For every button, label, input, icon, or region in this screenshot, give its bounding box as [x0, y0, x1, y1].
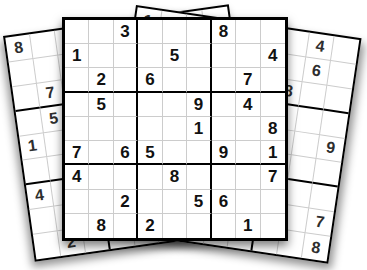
cell-r7c5[interactable]: 8	[163, 165, 187, 189]
cell-r4c1[interactable]	[65, 93, 89, 117]
cell-r3c1[interactable]	[65, 68, 89, 92]
cell-r1c8: 4	[306, 33, 334, 61]
cell-r2c7[interactable]	[212, 44, 236, 68]
cell-r4c4[interactable]	[138, 93, 162, 117]
cell-r3c6[interactable]	[187, 68, 211, 92]
cell-r5c9[interactable]: 8	[261, 117, 285, 141]
cell-r9c9: 8	[302, 233, 330, 261]
cell-r2c6[interactable]	[187, 44, 211, 68]
cell-r6c8	[288, 156, 316, 184]
cell-r9c7[interactable]	[212, 214, 236, 238]
cell-r3c4[interactable]: 6	[138, 68, 162, 92]
cell-r2c8: 6	[303, 57, 331, 85]
cell-r4c3[interactable]	[114, 93, 138, 117]
cell-r6c2[interactable]	[89, 141, 113, 165]
cell-r8c1	[30, 207, 58, 235]
cell-r7c1: 4	[26, 182, 54, 210]
cell-r4c5[interactable]	[163, 93, 187, 117]
cell-r2c9	[327, 61, 355, 89]
cell-r1c9	[331, 36, 359, 64]
cell-r3c9	[324, 86, 352, 114]
cell-r9c3[interactable]	[114, 214, 138, 238]
cell-r8c8[interactable]	[236, 190, 260, 214]
cell-r1c7[interactable]: 8	[212, 20, 236, 44]
cell-r9c9[interactable]	[261, 214, 285, 238]
cell-r6c6[interactable]	[187, 141, 211, 165]
cell-r2c2[interactable]	[89, 44, 113, 68]
cell-r5c9: 9	[316, 135, 344, 163]
cell-r9c5[interactable]	[163, 214, 187, 238]
cell-r2c1[interactable]: 1	[65, 44, 89, 68]
cell-r7c9	[309, 184, 337, 212]
cell-r5c3[interactable]	[114, 117, 138, 141]
cell-r6c9[interactable]: 1	[261, 141, 285, 165]
sudoku-scene: 875142 1468978 3815426759418765914872568…	[0, 0, 367, 270]
cell-r7c7[interactable]	[212, 165, 236, 189]
cell-r3c8	[299, 82, 327, 110]
cell-r5c8[interactable]	[236, 117, 260, 141]
cell-r7c8[interactable]	[236, 165, 260, 189]
cell-r3c7[interactable]	[212, 68, 236, 92]
cell-r3c3[interactable]	[114, 68, 138, 92]
cell-r7c2[interactable]	[89, 165, 113, 189]
cell-r5c2[interactable]	[89, 117, 113, 141]
cell-r1c2	[30, 31, 58, 59]
cell-r9c4[interactable]: 2	[138, 214, 162, 238]
cell-r2c4[interactable]	[138, 44, 162, 68]
cell-r8c1[interactable]	[65, 190, 89, 214]
sudoku-sheet-main: 381542675941876591487256821	[62, 17, 288, 241]
cell-r2c1	[9, 59, 37, 87]
cell-r6c9	[313, 159, 341, 187]
cell-r1c1[interactable]	[65, 20, 89, 44]
cell-r3c9[interactable]	[261, 68, 285, 92]
cell-r4c8[interactable]: 4	[236, 93, 260, 117]
cell-r7c6[interactable]	[187, 165, 211, 189]
cell-r3c2: 7	[37, 80, 65, 108]
cell-r1c4[interactable]	[138, 20, 162, 44]
cell-r8c4[interactable]	[138, 190, 162, 214]
cell-r6c5[interactable]	[163, 141, 187, 165]
cell-r4c7[interactable]	[212, 93, 236, 117]
cell-r4c8	[295, 107, 323, 135]
cell-r5c6[interactable]: 1	[187, 117, 211, 141]
cell-r8c7[interactable]: 6	[212, 190, 236, 214]
cell-r5c1: 1	[19, 133, 47, 161]
cell-r9c8[interactable]: 1	[236, 214, 260, 238]
cell-r4c9[interactable]	[261, 93, 285, 117]
cell-r6c1	[23, 157, 51, 185]
cell-r1c5[interactable]	[163, 20, 187, 44]
cell-r4c6[interactable]: 9	[187, 93, 211, 117]
cell-r3c8[interactable]: 7	[236, 68, 260, 92]
cell-r3c5[interactable]	[163, 68, 187, 92]
cell-r5c5[interactable]	[163, 117, 187, 141]
cell-r7c9[interactable]: 7	[261, 165, 285, 189]
cell-r8c9: 7	[306, 209, 334, 237]
cell-r4c2[interactable]: 5	[89, 93, 113, 117]
cell-r4c1	[16, 108, 44, 136]
cell-r1c2[interactable]	[89, 20, 113, 44]
cell-r7c1[interactable]: 4	[65, 165, 89, 189]
cell-r6c1[interactable]: 7	[65, 141, 89, 165]
cell-r6c3[interactable]: 6	[114, 141, 138, 165]
cell-r7c3[interactable]	[114, 165, 138, 189]
cell-r5c7[interactable]	[212, 117, 236, 141]
cell-r5c1[interactable]	[65, 117, 89, 141]
cell-r6c8[interactable]	[236, 141, 260, 165]
cell-r9c6[interactable]	[187, 214, 211, 238]
cell-r2c8[interactable]	[236, 44, 260, 68]
cell-r1c9[interactable]	[261, 20, 285, 44]
cell-r5c4[interactable]	[138, 117, 162, 141]
cell-r9c1[interactable]	[65, 214, 89, 238]
cell-r6c4[interactable]: 5	[138, 141, 162, 165]
cell-r5c8	[292, 131, 320, 159]
cell-r8c6[interactable]: 5	[187, 190, 211, 214]
cell-r2c9[interactable]: 4	[261, 44, 285, 68]
cell-r8c5[interactable]	[163, 190, 187, 214]
cell-r2c3[interactable]	[114, 44, 138, 68]
cell-r9c2[interactable]: 8	[89, 214, 113, 238]
cell-r1c6[interactable]	[187, 20, 211, 44]
cell-r4c9	[320, 110, 348, 138]
cell-r6c7[interactable]: 9	[212, 141, 236, 165]
cell-r2c2	[33, 55, 61, 83]
cell-r2c5[interactable]: 5	[163, 44, 187, 68]
cell-r7c4[interactable]	[138, 165, 162, 189]
cell-r8c3[interactable]: 2	[114, 190, 138, 214]
cell-r9c1	[33, 231, 61, 259]
cell-r3c1	[12, 84, 40, 112]
cell-r3c2[interactable]: 2	[89, 68, 113, 92]
cell-r1c3[interactable]: 3	[114, 20, 138, 44]
cell-r7c8	[285, 180, 313, 208]
cell-r8c9[interactable]	[261, 190, 285, 214]
cell-r1c8[interactable]	[236, 20, 260, 44]
cell-r8c2[interactable]	[89, 190, 113, 214]
cell-r1c1: 8	[5, 34, 33, 62]
